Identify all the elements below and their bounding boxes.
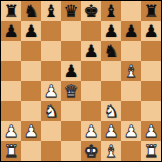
square-f7[interactable]: ♟ [101, 21, 121, 41]
square-a8[interactable]: ♜ [1, 1, 21, 21]
piece-white-rook: ♜ [3, 141, 18, 161]
chess-board: ♜♞♝♛♚♝♜♟♟♟♟♟♟♞♟♝♟♛♞♞♟♟♟♟♟♟♜♚♝♜ [1, 1, 161, 161]
piece-black-pawn: ♟ [23, 21, 38, 41]
square-h6[interactable] [141, 41, 161, 61]
square-e5[interactable] [81, 61, 101, 81]
square-d1[interactable] [61, 141, 81, 161]
piece-white-pawn: ♟ [3, 121, 18, 141]
chess-board-frame: ♜♞♝♛♚♝♜♟♟♟♟♟♟♞♟♝♟♛♞♞♟♟♟♟♟♟♜♚♝♜ [0, 0, 162, 162]
square-h1[interactable]: ♜ [141, 141, 161, 161]
square-c4[interactable]: ♟ [41, 81, 61, 101]
square-a2[interactable]: ♟ [1, 121, 21, 141]
square-g4[interactable] [121, 81, 141, 101]
piece-black-rook: ♜ [143, 1, 158, 21]
square-d2[interactable] [61, 121, 81, 141]
piece-white-bishop: ♝ [103, 141, 118, 161]
square-h4[interactable] [141, 81, 161, 101]
square-d7[interactable] [61, 21, 81, 41]
square-h5[interactable] [141, 61, 161, 81]
piece-white-pawn: ♟ [103, 121, 118, 141]
piece-black-pawn: ♟ [3, 21, 18, 41]
square-c2[interactable] [41, 121, 61, 141]
square-c5[interactable] [41, 61, 61, 81]
piece-black-knight: ♞ [23, 1, 38, 21]
square-h7[interactable]: ♟ [141, 21, 161, 41]
square-g3[interactable] [121, 101, 141, 121]
piece-black-pawn: ♟ [143, 21, 158, 41]
square-b5[interactable] [21, 61, 41, 81]
square-c7[interactable] [41, 21, 61, 41]
square-d4[interactable]: ♛ [61, 81, 81, 101]
piece-white-knight: ♞ [103, 101, 118, 121]
piece-black-bishop: ♝ [43, 1, 58, 21]
piece-black-pawn: ♟ [123, 21, 138, 41]
piece-white-queen: ♛ [63, 81, 78, 101]
square-e6[interactable]: ♟ [81, 41, 101, 61]
square-f8[interactable]: ♝ [101, 1, 121, 21]
piece-white-pawn: ♟ [143, 121, 158, 141]
square-b1[interactable] [21, 141, 41, 161]
piece-black-pawn: ♟ [83, 41, 98, 61]
square-f4[interactable] [101, 81, 121, 101]
square-g1[interactable] [121, 141, 141, 161]
square-h2[interactable]: ♟ [141, 121, 161, 141]
piece-black-pawn: ♟ [63, 61, 78, 81]
square-b7[interactable]: ♟ [21, 21, 41, 41]
square-b3[interactable] [21, 101, 41, 121]
square-b4[interactable] [21, 81, 41, 101]
square-f3[interactable]: ♞ [101, 101, 121, 121]
square-d8[interactable]: ♛ [61, 1, 81, 21]
piece-black-rook: ♜ [3, 1, 18, 21]
piece-black-king: ♚ [83, 1, 98, 21]
piece-white-rook: ♜ [143, 141, 158, 161]
square-b8[interactable]: ♞ [21, 1, 41, 21]
piece-black-pawn: ♟ [103, 21, 118, 41]
square-a7[interactable]: ♟ [1, 21, 21, 41]
square-f6[interactable]: ♞ [101, 41, 121, 61]
piece-black-queen: ♛ [63, 1, 78, 21]
square-e2[interactable]: ♟ [81, 121, 101, 141]
square-a4[interactable] [1, 81, 21, 101]
square-e1[interactable]: ♚ [81, 141, 101, 161]
square-g8[interactable] [121, 1, 141, 21]
square-h8[interactable]: ♜ [141, 1, 161, 21]
square-g6[interactable] [121, 41, 141, 61]
square-f1[interactable]: ♝ [101, 141, 121, 161]
square-h3[interactable] [141, 101, 161, 121]
square-c3[interactable]: ♞ [41, 101, 61, 121]
square-b2[interactable]: ♟ [21, 121, 41, 141]
piece-white-pawn: ♟ [23, 121, 38, 141]
square-c1[interactable] [41, 141, 61, 161]
square-g5[interactable]: ♝ [121, 61, 141, 81]
piece-white-bishop: ♝ [123, 61, 138, 81]
piece-white-pawn: ♟ [43, 81, 58, 101]
square-d5[interactable]: ♟ [61, 61, 81, 81]
square-a3[interactable] [1, 101, 21, 121]
square-e4[interactable] [81, 81, 101, 101]
square-e8[interactable]: ♚ [81, 1, 101, 21]
piece-white-knight: ♞ [43, 101, 58, 121]
piece-black-knight: ♞ [103, 41, 118, 61]
square-d3[interactable] [61, 101, 81, 121]
square-g7[interactable]: ♟ [121, 21, 141, 41]
square-g2[interactable]: ♟ [121, 121, 141, 141]
square-a6[interactable] [1, 41, 21, 61]
square-b6[interactable] [21, 41, 41, 61]
square-d6[interactable] [61, 41, 81, 61]
square-e7[interactable] [81, 21, 101, 41]
square-f2[interactable]: ♟ [101, 121, 121, 141]
piece-white-pawn: ♟ [83, 121, 98, 141]
piece-white-pawn: ♟ [123, 121, 138, 141]
square-e3[interactable] [81, 101, 101, 121]
square-c6[interactable] [41, 41, 61, 61]
square-a1[interactable]: ♜ [1, 141, 21, 161]
piece-white-king: ♚ [83, 141, 98, 161]
square-f5[interactable] [101, 61, 121, 81]
piece-black-bishop: ♝ [103, 1, 118, 21]
square-c8[interactable]: ♝ [41, 1, 61, 21]
square-a5[interactable] [1, 61, 21, 81]
